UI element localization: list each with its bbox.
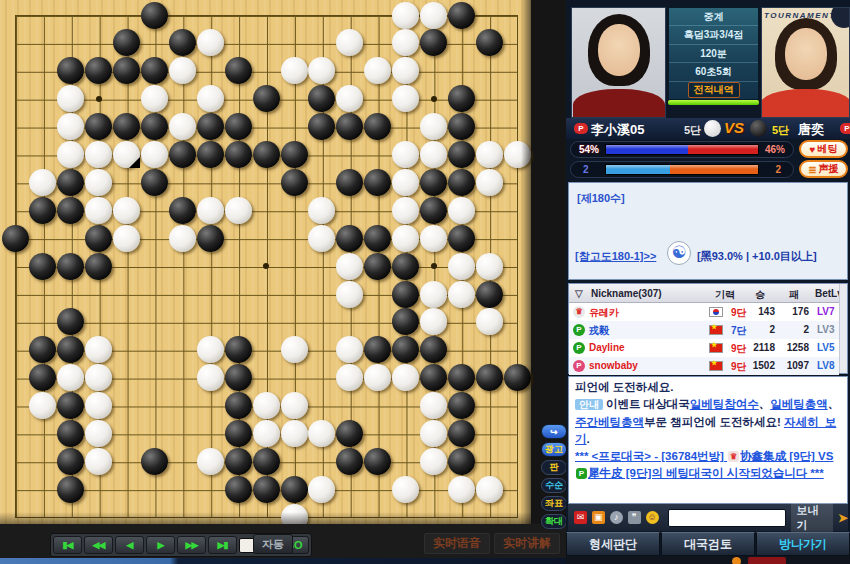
notice-box-icon [748, 557, 786, 564]
window-bottom-edge [0, 558, 566, 564]
white-stone [113, 141, 140, 168]
chat-announcement: 犀牛皮 [9단]의 베팅대국이 시작되었습니다 *** [588, 467, 824, 479]
flag-kr-icon [709, 307, 723, 317]
black-stone [253, 448, 280, 475]
chat-text: 、 [828, 398, 840, 410]
history-button[interactable]: 전적내역 [688, 82, 740, 98]
notice-dot-icon [732, 557, 741, 564]
white-stone [141, 85, 168, 112]
white-stone [253, 420, 280, 447]
black-stone [336, 169, 363, 196]
black-stone [85, 225, 112, 252]
table-row[interactable]: ♛유레카9단143176LV7 [569, 303, 839, 321]
bettor-nickname: 유레카 [589, 306, 619, 320]
black-stone [169, 141, 196, 168]
chat-link[interactable]: 일베팅총액 [770, 398, 828, 410]
bettor-table: ▽ Nickname(307) 기력 승 패 BetLv ♛유레카9단14317… [568, 283, 848, 374]
share-button[interactable]: ↪ [541, 424, 567, 439]
panel-bottom-strip [566, 556, 850, 564]
realtime-voice-button[interactable]: 实时语音 [424, 533, 490, 554]
match-info-time: 120분 [669, 45, 758, 63]
black-stone [57, 448, 84, 475]
white-stone [113, 197, 140, 224]
back-button[interactable]: ◀ [115, 536, 144, 554]
black-stone [225, 113, 252, 140]
chat-bubble-icon[interactable]: ❞ [628, 511, 641, 524]
col-nickname: Nickname(307) [591, 288, 662, 299]
auto-button[interactable]: 자동 [253, 534, 293, 554]
gift-icon[interactable]: ▣ [592, 511, 605, 524]
match-info-komi: 흑덤3과3/4점 [669, 26, 758, 44]
black-stone [476, 29, 503, 56]
black-stone [448, 113, 475, 140]
enlarge-button[interactable]: 확대 [541, 514, 567, 529]
white-stone [448, 197, 475, 224]
send-button[interactable]: 보내기 [791, 501, 833, 535]
black-stone [57, 476, 84, 503]
bettor-level: LV7 [817, 306, 835, 317]
coords-button[interactable]: 좌표 [541, 496, 567, 511]
white-stone-icon [704, 120, 721, 137]
chat-text: . [587, 433, 590, 445]
board-toolbar: ▮◀◀◀◀▶▶▶▶▮GO 자동 实时语音 实时讲解 [0, 524, 566, 558]
bettor-wins: 2 [749, 324, 775, 335]
last-move-button[interactable]: ▶▮ [208, 536, 237, 554]
black-stone [225, 364, 252, 391]
vote-bar-blue [606, 145, 688, 154]
panel-bottom-buttons: 형세판단대국검토방나가기 [566, 532, 850, 556]
player-name-left[interactable]: 李小溪05 [591, 121, 644, 139]
chat-toolbar: ✉ ▣ ♪ ❞ ☺ 보내기 ➤ [568, 504, 848, 531]
black-stone [448, 141, 475, 168]
white-stone [85, 448, 112, 475]
bettor-losses: 2 [781, 324, 809, 335]
white-stone [420, 281, 447, 308]
bettor-level: LV8 [817, 360, 835, 371]
chat-text: 이벤트 대상대국 [606, 398, 690, 410]
white-stone [420, 113, 447, 140]
black-stone [364, 448, 391, 475]
white-stone [85, 141, 112, 168]
vote-left-pct: 54% [579, 144, 599, 155]
envelope-icon[interactable]: ✉ [574, 511, 587, 524]
table-header: ▽ Nickname(307) 기력 승 패 BetLv [569, 284, 839, 303]
star-point [431, 263, 437, 269]
black-stone [476, 364, 503, 391]
white-stone [281, 57, 308, 84]
black-stone [420, 364, 447, 391]
crown-icon: ♛ [728, 451, 739, 462]
match-info-byoyomi: 60초5회 [669, 63, 758, 81]
match-info-panel: 중계 흑덤3과3/4점 120분 60초5회 전적내역 [668, 7, 759, 100]
black-stone [448, 420, 475, 447]
avatar-torso [761, 89, 850, 118]
analysis-panel: [제180수] [참고도180-1]>> ☯ [黑93.0% | +10.0目以… [568, 182, 848, 280]
black-stone [364, 253, 391, 280]
bettor-nickname: snowbaby [589, 360, 638, 371]
table-row[interactable]: Psnowbaby9단15021097LV8 [569, 357, 839, 375]
horn-icon[interactable]: ➤ [838, 511, 848, 525]
black-stone [392, 281, 419, 308]
table-row[interactable]: PDayline9단21181258LV5 [569, 339, 839, 357]
p-icon: P [573, 324, 585, 336]
white-stone [197, 197, 224, 224]
bettor-wins: 1502 [749, 360, 775, 371]
cheer-button[interactable]: ≣ 声援 [799, 160, 848, 178]
last-move-marker [129, 157, 140, 168]
black-stone [85, 253, 112, 280]
vote-right-pct: 46% [765, 144, 785, 155]
chat-input[interactable] [668, 509, 786, 527]
black-stone [225, 336, 252, 363]
moves-button[interactable]: 수순 [541, 478, 567, 493]
white-stone [336, 281, 363, 308]
tournament-logo-icon [831, 7, 850, 28]
white-stone [308, 476, 335, 503]
filter-icon[interactable]: ▽ [575, 288, 583, 299]
white-stone [281, 336, 308, 363]
white-stone [448, 281, 475, 308]
star-point [96, 96, 102, 102]
black-stone [57, 169, 84, 196]
support-bar-orange [670, 165, 758, 174]
chat-link[interactable]: 주간베팅총액 [575, 416, 644, 428]
bet-button-label: 베팅 [817, 142, 837, 156]
white-stone [308, 197, 335, 224]
p-badge-icon: P [576, 468, 587, 479]
black-stone [448, 225, 475, 252]
white-stone [392, 476, 419, 503]
chat-text: 、 [759, 398, 771, 410]
evaluation-text: [黑93.0% | +10.0目以上] [697, 249, 817, 264]
white-stone [85, 169, 112, 196]
black-stone [253, 85, 280, 112]
bettor-nickname: Dayline [589, 342, 625, 353]
white-stone [392, 2, 419, 29]
white-stone [476, 253, 503, 280]
white-stone [420, 141, 447, 168]
black-stone [448, 85, 475, 112]
star-point [431, 96, 437, 102]
white-stone [448, 476, 475, 503]
black-stone [364, 169, 391, 196]
fast-forward-button[interactable]: ▶▶ [177, 536, 206, 554]
avatar-face [598, 24, 640, 76]
black-stone [392, 253, 419, 280]
black-stone [225, 420, 252, 447]
support-left-count: 2 [583, 164, 589, 175]
white-stone [281, 420, 308, 447]
table-scrollbar[interactable] [839, 284, 847, 373]
go-board[interactable] [0, 0, 531, 524]
white-stone [85, 420, 112, 447]
history-row: 전적내역 [669, 82, 758, 99]
notice-badge: 안내 [575, 399, 603, 410]
right-panel: 중계 흑덤3과3/4점 120분 60초5회 전적내역 TOURNAMENT P… [566, 0, 850, 564]
avatar-face [785, 28, 827, 80]
support-bar-track [605, 164, 759, 175]
white-stone [476, 169, 503, 196]
white-stone [420, 392, 447, 419]
white-stone [225, 197, 252, 224]
black-stone [197, 141, 224, 168]
player-photo-right: TOURNAMENT [761, 7, 850, 118]
first-move-button[interactable]: ▮◀ [53, 536, 82, 554]
black-stone [141, 448, 168, 475]
game-review-button[interactable]: 대국검토 [661, 532, 755, 556]
flag-cn-icon [709, 343, 723, 353]
black-stone [448, 169, 475, 196]
bettor-rank: 9단 [731, 360, 747, 374]
forward-button[interactable]: ▶ [146, 536, 175, 554]
col-rank: 기력 [715, 288, 735, 302]
black-stone [336, 448, 363, 475]
bettor-rank: 9단 [731, 306, 747, 320]
white-stone [169, 113, 196, 140]
vote-bar: 54% 46% [570, 141, 794, 158]
avatar-torso [573, 89, 665, 118]
chat-announcement: 协鑫集成 [9단] VS [740, 450, 833, 462]
black-stone [197, 225, 224, 252]
bettor-nickname: 戎毅 [589, 324, 609, 338]
white-stone [392, 197, 419, 224]
black-stone [141, 169, 168, 196]
bettor-losses: 1258 [781, 342, 809, 353]
match-info-relay: 중계 [669, 8, 758, 26]
white-stone [85, 197, 112, 224]
white-stone [197, 29, 224, 56]
chat-announcement: *** <프로대국> - [36784번방] [575, 450, 727, 462]
white-stone [141, 141, 168, 168]
white-stone [420, 448, 447, 475]
p-badge-icon-right: P [840, 123, 850, 134]
white-stone [392, 225, 419, 252]
player-name-right[interactable]: 唐奕 [798, 121, 824, 139]
black-stone [141, 2, 168, 29]
black-stone [29, 197, 56, 224]
smiley-icon[interactable]: ☺ [646, 511, 659, 524]
p-icon: P [573, 360, 585, 372]
vs-label: VS [724, 119, 744, 136]
player-rank-left: 5단 [684, 123, 701, 138]
app-window: ▮◀◀◀◀▶▶▶▶▮GO 자동 实时语音 实时讲解 ↪광고판수순좌표확대 중계 … [0, 0, 850, 564]
realtime-commentary-button[interactable]: 实时讲解 [494, 533, 560, 554]
black-stone [225, 392, 252, 419]
black-stone [225, 476, 252, 503]
black-stone [420, 169, 447, 196]
bet-button[interactable]: ♥ 베팅 [799, 140, 848, 158]
black-stone [57, 197, 84, 224]
black-stone [2, 225, 29, 252]
p-badge-icon-left: P [574, 123, 588, 134]
black-stone [225, 141, 252, 168]
bettor-rank: 7단 [731, 324, 747, 338]
crown-icon: ♛ [573, 306, 585, 318]
bettor-losses: 1097 [781, 360, 809, 371]
black-stone [281, 169, 308, 196]
white-stone [113, 225, 140, 252]
black-stone [253, 476, 280, 503]
black-stone [281, 141, 308, 168]
heart-icon: ♥ [810, 144, 816, 155]
board-button[interactable]: 판 [541, 460, 567, 475]
black-stone [281, 476, 308, 503]
white-stone [476, 308, 503, 335]
reference-diagram-link[interactable]: [참고도180-1]>> [575, 249, 656, 264]
white-stone [476, 141, 503, 168]
server-logo-icon: ☯ [667, 241, 691, 265]
bettor-level: LV3 [817, 324, 835, 335]
col-losses: 패 [789, 288, 799, 302]
player-rank-right: 5단 [772, 123, 789, 138]
white-stone [420, 2, 447, 29]
bettor-losses: 176 [781, 306, 809, 317]
white-stone [420, 225, 447, 252]
black-stone [364, 225, 391, 252]
black-stone [197, 113, 224, 140]
white-stone [197, 448, 224, 475]
white-stone [392, 169, 419, 196]
black-stone [448, 392, 475, 419]
chat-link[interactable]: 일베팅참여수 [690, 398, 759, 410]
chat-line: 안내이벤트 대상대국일베팅참여수、일베팅총액、주간베팅총액부문 챔피언에 도전하… [575, 396, 841, 448]
microphone-icon[interactable]: ♪ [610, 511, 623, 524]
chat-area[interactable]: 피언에 도전하세요.안내이벤트 대상대국일베팅참여수、일베팅총액、주간베팅총액부… [568, 376, 848, 504]
fast-back-button[interactable]: ◀◀ [84, 536, 113, 554]
support-bar-cyan [606, 165, 670, 174]
white-stone [504, 141, 531, 168]
black-stone [113, 113, 140, 140]
side-button-strip: ↪광고판수순좌표확대 [541, 424, 567, 529]
black-stone [29, 253, 56, 280]
black-stone [420, 197, 447, 224]
flag-cn-icon [709, 325, 723, 335]
black-stone [448, 448, 475, 475]
player-name-bar: P 李小溪05 5단 VS 5단 唐奕 P [566, 118, 850, 139]
black-stone [225, 57, 252, 84]
move-number-label: [제180수] [577, 191, 625, 206]
white-stone [253, 392, 280, 419]
chat-text: 피언에 도전하세요. [575, 381, 673, 393]
white-stone [169, 57, 196, 84]
white-stone [197, 364, 224, 391]
black-stone [225, 448, 252, 475]
white-stone [420, 420, 447, 447]
vote-bar-red [688, 145, 758, 154]
flag-cn-icon [709, 361, 723, 371]
bettor-wins: 2118 [749, 342, 775, 353]
bettor-wins: 143 [749, 306, 775, 317]
black-stone [57, 253, 84, 280]
support-bar: 2 2 [570, 161, 794, 178]
black-stone [448, 2, 475, 29]
white-stone [392, 141, 419, 168]
cheer-icon: ≣ [808, 164, 816, 175]
black-stone [448, 364, 475, 391]
black-stone [253, 141, 280, 168]
white-stone [476, 476, 503, 503]
progress-bar [668, 100, 759, 105]
white-stone [308, 225, 335, 252]
white-stone [169, 225, 196, 252]
bettor-level: LV5 [817, 342, 835, 353]
support-right-count: 2 [775, 164, 781, 175]
black-stone [141, 113, 168, 140]
chat-line: *** <프로대국> - [36784번방] ♛协鑫集成 [9단] VS P犀牛… [575, 448, 841, 483]
player-photo-left [571, 7, 666, 118]
black-stone [336, 225, 363, 252]
bettor-rank: 9단 [731, 342, 747, 356]
chat-line: 피언에 도전하세요. [575, 379, 841, 396]
white-stone [281, 392, 308, 419]
black-stone-icon [750, 120, 767, 137]
cheer-button-label: 声援 [819, 162, 839, 176]
chat-text: 부문 챔피언에 도전하세요! [644, 416, 784, 428]
ad-button[interactable]: 광고 [541, 442, 567, 457]
leave-room-button[interactable]: 방나가기 [756, 532, 850, 556]
white-stone [448, 253, 475, 280]
vote-bar-track [605, 144, 759, 155]
black-stone [169, 197, 196, 224]
black-stone [476, 281, 503, 308]
white-stone [197, 336, 224, 363]
white-stone [336, 253, 363, 280]
p-icon: P [573, 342, 585, 354]
white-stone [197, 85, 224, 112]
situation-judge-button[interactable]: 형세판단 [566, 532, 660, 556]
col-wins: 승 [755, 288, 765, 302]
table-row[interactable]: P戎毅7단22LV3 [569, 321, 839, 339]
black-stone [504, 364, 531, 391]
